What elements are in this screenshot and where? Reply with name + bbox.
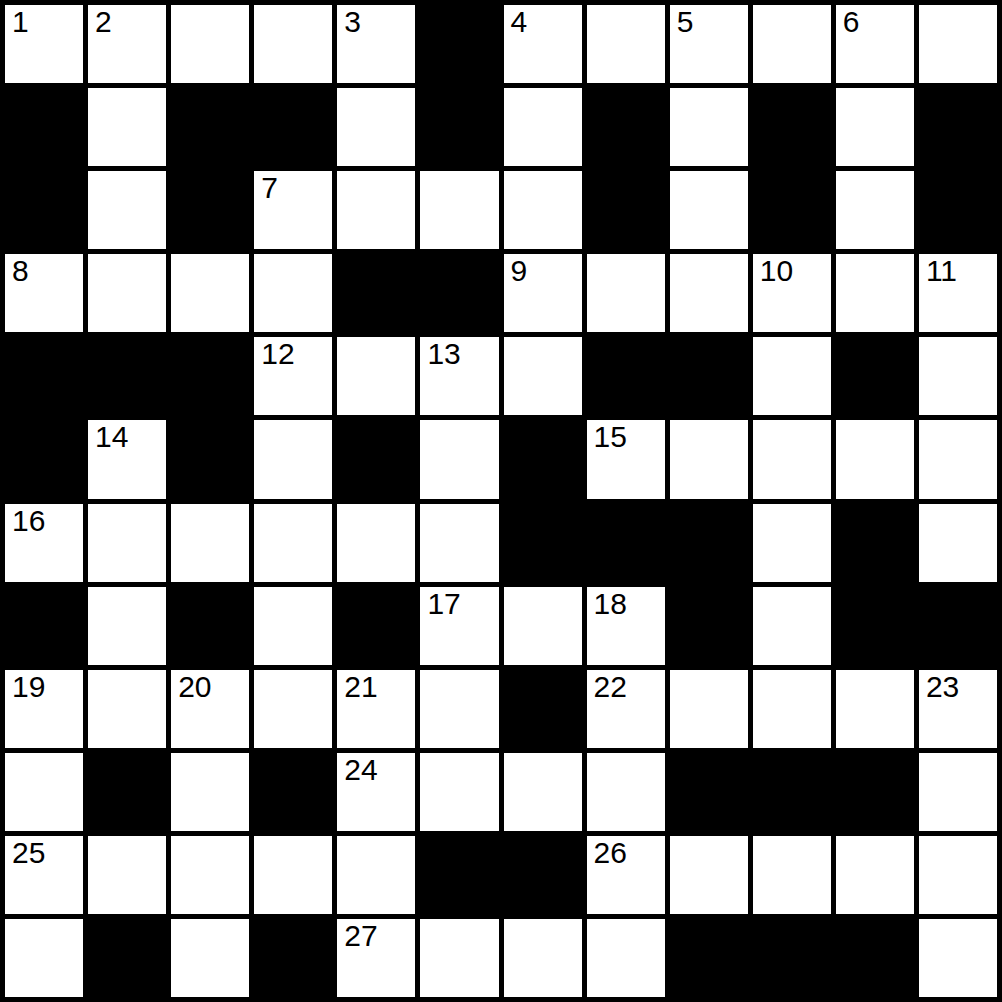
clue-number: 21: [344, 670, 377, 705]
white-cell[interactable]: 5: [670, 5, 748, 83]
clue-number: 3: [344, 5, 361, 40]
clue-number: 14: [95, 420, 128, 455]
white-cell[interactable]: [420, 420, 498, 498]
white-cell[interactable]: [587, 919, 665, 997]
clue-number: 12: [261, 337, 294, 372]
black-cell: [88, 753, 166, 831]
white-cell[interactable]: [337, 171, 415, 249]
white-cell[interactable]: [919, 504, 997, 582]
black-cell: [254, 919, 332, 997]
white-cell[interactable]: 6: [836, 5, 914, 83]
white-cell[interactable]: [919, 420, 997, 498]
clue-number: 26: [594, 836, 627, 871]
white-cell[interactable]: [254, 587, 332, 665]
black-cell: [836, 337, 914, 415]
white-cell[interactable]: [337, 504, 415, 582]
white-cell[interactable]: [504, 919, 582, 997]
black-cell: [836, 587, 914, 665]
black-cell: [5, 337, 83, 415]
white-cell[interactable]: [753, 5, 831, 83]
white-cell[interactable]: 26: [587, 836, 665, 914]
white-cell[interactable]: [504, 753, 582, 831]
white-cell[interactable]: [88, 504, 166, 582]
white-cell[interactable]: [254, 420, 332, 498]
clue-number: 18: [594, 587, 627, 622]
white-cell[interactable]: [836, 88, 914, 166]
white-cell[interactable]: 23: [919, 670, 997, 748]
clue-number: 15: [594, 420, 627, 455]
white-cell[interactable]: 11: [919, 254, 997, 332]
white-cell[interactable]: 1: [5, 5, 83, 83]
white-cell[interactable]: [504, 337, 582, 415]
black-cell: [587, 337, 665, 415]
white-cell[interactable]: [254, 5, 332, 83]
white-cell[interactable]: [919, 836, 997, 914]
black-cell: [420, 88, 498, 166]
black-cell: [587, 171, 665, 249]
white-cell[interactable]: 20: [171, 670, 249, 748]
black-cell: [337, 254, 415, 332]
white-cell[interactable]: [919, 5, 997, 83]
clue-number: 27: [344, 919, 377, 954]
white-cell[interactable]: [254, 254, 332, 332]
clue-number: 23: [926, 670, 959, 705]
white-cell[interactable]: 10: [753, 254, 831, 332]
black-cell: [171, 88, 249, 166]
white-cell[interactable]: [919, 337, 997, 415]
black-cell: [88, 919, 166, 997]
white-cell[interactable]: [919, 753, 997, 831]
clue-number: 6: [843, 5, 860, 40]
white-cell[interactable]: [88, 670, 166, 748]
clue-number: 5: [677, 5, 694, 40]
clue-number: 16: [12, 504, 45, 539]
white-cell[interactable]: [587, 5, 665, 83]
white-cell[interactable]: [254, 670, 332, 748]
white-cell[interactable]: [337, 836, 415, 914]
white-cell[interactable]: [504, 88, 582, 166]
white-cell[interactable]: [171, 919, 249, 997]
black-cell: [504, 504, 582, 582]
clue-number: 9: [511, 254, 528, 289]
black-cell: [5, 420, 83, 498]
white-cell[interactable]: [254, 836, 332, 914]
white-cell[interactable]: [836, 420, 914, 498]
white-cell[interactable]: [836, 670, 914, 748]
white-cell[interactable]: [171, 254, 249, 332]
black-cell: [504, 670, 582, 748]
white-cell[interactable]: [171, 504, 249, 582]
black-cell: [337, 587, 415, 665]
black-cell: [919, 587, 997, 665]
white-cell[interactable]: 22: [587, 670, 665, 748]
clue-number: 10: [760, 254, 793, 289]
clue-number: 8: [12, 254, 29, 289]
crossword-board: 1234567891011121314151617181920212223242…: [0, 0, 1002, 1002]
white-cell[interactable]: 4: [504, 5, 582, 83]
white-cell[interactable]: [88, 88, 166, 166]
white-cell[interactable]: 18: [587, 587, 665, 665]
white-cell[interactable]: [670, 670, 748, 748]
white-cell[interactable]: [420, 670, 498, 748]
white-cell[interactable]: 14: [88, 420, 166, 498]
clue-number: 13: [427, 337, 460, 372]
black-cell: [171, 420, 249, 498]
white-cell[interactable]: 12: [254, 337, 332, 415]
clue-number: 17: [427, 587, 460, 622]
clue-number: 25: [12, 836, 45, 871]
clue-number: 4: [511, 5, 528, 40]
black-cell: [254, 753, 332, 831]
clue-number: 24: [344, 753, 377, 788]
white-cell[interactable]: 3: [337, 5, 415, 83]
white-cell[interactable]: [171, 753, 249, 831]
black-cell: [670, 587, 748, 665]
black-cell: [587, 88, 665, 166]
clue-number: 20: [178, 670, 211, 705]
black-cell: [670, 504, 748, 582]
white-cell[interactable]: [337, 337, 415, 415]
black-cell: [504, 836, 582, 914]
clue-number: 1: [12, 5, 29, 40]
black-cell: [753, 919, 831, 997]
clue-number: 11: [926, 254, 957, 289]
white-cell[interactable]: [504, 171, 582, 249]
white-cell[interactable]: [88, 836, 166, 914]
black-cell: [504, 420, 582, 498]
white-cell[interactable]: [420, 504, 498, 582]
white-cell[interactable]: [836, 836, 914, 914]
white-cell[interactable]: [753, 587, 831, 665]
white-cell[interactable]: [88, 254, 166, 332]
white-cell[interactable]: [254, 504, 332, 582]
black-cell: [171, 171, 249, 249]
white-cell[interactable]: [88, 587, 166, 665]
black-cell: [337, 420, 415, 498]
white-cell[interactable]: [753, 504, 831, 582]
black-cell: [836, 753, 914, 831]
black-cell: [254, 88, 332, 166]
black-cell: [5, 587, 83, 665]
white-cell[interactable]: [5, 753, 83, 831]
white-cell[interactable]: 27: [337, 919, 415, 997]
white-cell[interactable]: [919, 919, 997, 997]
white-cell[interactable]: [753, 337, 831, 415]
white-cell[interactable]: 15: [587, 420, 665, 498]
white-cell[interactable]: [420, 919, 498, 997]
white-cell[interactable]: [5, 919, 83, 997]
black-cell: [5, 171, 83, 249]
black-cell: [670, 337, 748, 415]
clue-number: 22: [594, 670, 627, 705]
black-cell: [919, 171, 997, 249]
white-cell[interactable]: 16: [5, 504, 83, 582]
black-cell: [753, 753, 831, 831]
white-cell[interactable]: 17: [420, 587, 498, 665]
white-cell[interactable]: 8: [5, 254, 83, 332]
white-cell[interactable]: 9: [504, 254, 582, 332]
white-cell[interactable]: 19: [5, 670, 83, 748]
white-cell[interactable]: [171, 836, 249, 914]
black-cell: [836, 504, 914, 582]
white-cell[interactable]: [670, 254, 748, 332]
white-cell[interactable]: [420, 171, 498, 249]
white-cell[interactable]: 21: [337, 670, 415, 748]
black-cell: [88, 337, 166, 415]
black-cell: [670, 753, 748, 831]
white-cell[interactable]: [420, 753, 498, 831]
black-cell: [420, 5, 498, 83]
white-cell[interactable]: [670, 171, 748, 249]
white-cell[interactable]: [753, 836, 831, 914]
clue-number: 2: [95, 5, 112, 40]
white-cell[interactable]: 24: [337, 753, 415, 831]
white-cell[interactable]: [88, 171, 166, 249]
black-cell: [919, 88, 997, 166]
white-cell[interactable]: [171, 5, 249, 83]
white-cell[interactable]: 7: [254, 171, 332, 249]
clue-number: 7: [261, 171, 278, 206]
black-cell: [5, 88, 83, 166]
white-cell[interactable]: [670, 88, 748, 166]
white-cell[interactable]: 25: [5, 836, 83, 914]
white-cell[interactable]: [670, 420, 748, 498]
white-cell[interactable]: 2: [88, 5, 166, 83]
white-cell[interactable]: [587, 753, 665, 831]
white-cell[interactable]: [670, 836, 748, 914]
black-cell: [836, 919, 914, 997]
white-cell[interactable]: [504, 587, 582, 665]
black-cell: [420, 836, 498, 914]
black-cell: [587, 504, 665, 582]
white-cell[interactable]: [587, 254, 665, 332]
black-cell: [753, 171, 831, 249]
black-cell: [753, 88, 831, 166]
white-cell[interactable]: [836, 254, 914, 332]
white-cell[interactable]: 13: [420, 337, 498, 415]
black-cell: [171, 587, 249, 665]
black-cell: [171, 337, 249, 415]
white-cell[interactable]: [753, 670, 831, 748]
white-cell[interactable]: [836, 171, 914, 249]
black-cell: [670, 919, 748, 997]
white-cell[interactable]: [337, 88, 415, 166]
black-cell: [420, 254, 498, 332]
white-cell[interactable]: [753, 420, 831, 498]
clue-number: 19: [12, 670, 45, 705]
